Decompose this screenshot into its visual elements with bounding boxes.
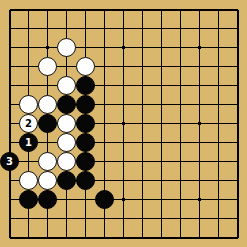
board-intersection[interactable] [133, 95, 152, 114]
board-intersection[interactable] [190, 76, 209, 95]
grid-line-vertical [142, 38, 143, 57]
black-stone [76, 95, 95, 114]
board-intersection[interactable] [171, 38, 190, 57]
grid-line-vertical [9, 209, 11, 228]
grid-line-vertical [28, 209, 29, 228]
star-point [46, 46, 49, 49]
board-intersection[interactable] [38, 152, 57, 171]
board-intersection[interactable] [152, 19, 171, 38]
board-intersection[interactable] [133, 152, 152, 171]
board-intersection[interactable] [95, 228, 114, 247]
board-intersection[interactable] [57, 76, 76, 95]
board-intersection[interactable] [152, 190, 171, 209]
grid-line-vertical [9, 38, 11, 57]
grid-line-vertical [142, 95, 143, 114]
star-point [198, 122, 201, 125]
board-intersection[interactable] [171, 152, 190, 171]
star-point [122, 198, 125, 201]
board-intersection[interactable] [133, 209, 152, 228]
board-intersection[interactable] [95, 190, 114, 209]
grid-line-vertical [9, 57, 11, 76]
board-intersection[interactable] [171, 57, 190, 76]
board-intersection[interactable] [76, 76, 95, 95]
board-intersection[interactable] [152, 228, 171, 247]
board-intersection[interactable] [190, 114, 209, 133]
grid-line-horizontal [10, 142, 20, 143]
grid-line-vertical [104, 19, 105, 38]
black-stone [19, 190, 38, 209]
black-stone: 3 [0, 152, 19, 171]
grid-line-vertical [161, 95, 162, 114]
board-intersection[interactable] [0, 0, 19, 19]
board-intersection[interactable] [209, 57, 228, 76]
board-intersection[interactable] [0, 209, 19, 228]
board-intersection[interactable] [0, 19, 19, 38]
board-intersection[interactable] [228, 76, 247, 95]
board-intersection[interactable] [133, 190, 152, 209]
board-intersection[interactable] [0, 38, 19, 57]
black-stone [57, 171, 76, 190]
grid-line-vertical [47, 76, 48, 95]
grid-line-vertical [123, 76, 124, 95]
white-stone [57, 114, 76, 133]
grid-line-vertical [180, 19, 181, 38]
board-intersection[interactable] [57, 190, 76, 209]
grid-line-vertical [218, 38, 219, 57]
board-intersection[interactable] [0, 171, 19, 190]
grid-line-vertical [237, 114, 239, 133]
board-intersection[interactable] [152, 0, 171, 19]
board-intersection[interactable] [171, 133, 190, 152]
black-stone: 1 [19, 133, 38, 152]
grid-line-vertical [123, 19, 124, 38]
board-intersection[interactable] [38, 209, 57, 228]
grid-line-horizontal [10, 218, 20, 219]
grid-line-vertical [9, 19, 11, 38]
board-intersection[interactable] [209, 133, 228, 152]
board-intersection[interactable] [57, 57, 76, 76]
star-point [122, 46, 125, 49]
board-intersection[interactable] [57, 19, 76, 38]
grid-line-vertical [237, 209, 239, 228]
grid-line-vertical [9, 114, 11, 133]
white-stone [57, 38, 76, 57]
board-intersection[interactable] [19, 38, 38, 57]
grid-line-vertical [199, 209, 200, 228]
board-intersection[interactable] [209, 38, 228, 57]
board-intersection[interactable] [190, 19, 209, 38]
grid-line-vertical [104, 209, 105, 228]
board-intersection[interactable] [76, 190, 95, 209]
board-intersection[interactable] [209, 19, 228, 38]
grid-line-vertical [142, 114, 143, 133]
black-stone [38, 114, 57, 133]
board-intersection[interactable] [209, 209, 228, 228]
board-intersection[interactable] [57, 152, 76, 171]
board-intersection[interactable] [95, 209, 114, 228]
board-intersection[interactable] [228, 0, 247, 19]
grid-line-vertical [199, 171, 200, 190]
board-intersection[interactable] [76, 209, 95, 228]
board-intersection[interactable] [228, 38, 247, 57]
grid-line-vertical [104, 95, 105, 114]
board-intersection[interactable] [0, 133, 19, 152]
board-intersection[interactable] [38, 114, 57, 133]
grid-line-vertical [104, 133, 105, 152]
grid-line-vertical [218, 10, 219, 20]
move-number-label: 3 [6, 157, 13, 167]
grid-line-vertical [9, 76, 11, 95]
board-intersection[interactable] [209, 114, 228, 133]
board-intersection[interactable] [190, 209, 209, 228]
grid-line-vertical [199, 95, 200, 114]
board-intersection[interactable] [209, 76, 228, 95]
grid-line-vertical [218, 114, 219, 133]
board-intersection[interactable] [114, 114, 133, 133]
board-intersection[interactable] [57, 95, 76, 114]
board-intersection[interactable] [171, 228, 190, 247]
board-intersection[interactable] [57, 209, 76, 228]
board-intersection[interactable] [114, 228, 133, 247]
board-intersection[interactable] [133, 76, 152, 95]
board-intersection[interactable] [57, 228, 76, 247]
black-stone [76, 171, 95, 190]
grid-line-vertical [218, 95, 219, 114]
board-intersection[interactable] [114, 95, 133, 114]
grid-line-vertical [123, 209, 124, 228]
board-intersection[interactable] [209, 0, 228, 19]
grid-line-vertical [180, 38, 181, 57]
board-intersection[interactable] [19, 57, 38, 76]
board-intersection[interactable] [190, 152, 209, 171]
grid-line-vertical [142, 19, 143, 38]
grid-line-vertical [9, 133, 11, 152]
board-intersection[interactable] [228, 152, 247, 171]
board-intersection[interactable] [190, 190, 209, 209]
board-intersection[interactable] [114, 190, 133, 209]
board-intersection[interactable] [133, 0, 152, 19]
grid-line-vertical [218, 209, 219, 228]
grid-line-vertical [104, 38, 105, 57]
grid-line-vertical [161, 152, 162, 171]
board-intersection[interactable] [114, 76, 133, 95]
grid-line-vertical [161, 171, 162, 190]
grid-line-vertical [142, 57, 143, 76]
white-stone [38, 171, 57, 190]
board-intersection[interactable] [228, 190, 247, 209]
grid-line-horizontal [10, 47, 20, 48]
grid-line-horizontal [10, 28, 20, 29]
white-stone [57, 133, 76, 152]
board-intersection[interactable] [114, 152, 133, 171]
grid-line-vertical [123, 133, 124, 152]
grid-line-vertical [47, 10, 48, 20]
grid-line-vertical [28, 10, 29, 20]
grid-line-vertical [218, 190, 219, 209]
star-point [122, 122, 125, 125]
grid-line-vertical [142, 76, 143, 95]
board-intersection[interactable] [171, 114, 190, 133]
board-intersection[interactable] [76, 19, 95, 38]
board-intersection[interactable] [152, 95, 171, 114]
board-intersection[interactable] [57, 114, 76, 133]
grid-line-vertical [180, 95, 181, 114]
board-intersection[interactable] [209, 95, 228, 114]
grid-line-vertical [218, 171, 219, 190]
board-intersection[interactable] [95, 76, 114, 95]
white-stone [57, 152, 76, 171]
board-intersection[interactable] [171, 76, 190, 95]
grid-line-vertical [199, 10, 200, 20]
board-intersection[interactable] [152, 57, 171, 76]
grid-line-vertical [199, 228, 200, 238]
board-intersection[interactable] [76, 171, 95, 190]
board-intersection[interactable] [19, 190, 38, 209]
grid-line-vertical [142, 133, 143, 152]
board-intersection[interactable] [228, 133, 247, 152]
board-intersection[interactable] [228, 114, 247, 133]
star-point [198, 198, 201, 201]
grid-line-vertical [142, 10, 143, 20]
board-intersection[interactable] [190, 171, 209, 190]
grid-line-vertical [28, 19, 29, 38]
board-intersection[interactable] [76, 95, 95, 114]
board-intersection[interactable] [95, 95, 114, 114]
grid-line-vertical [28, 57, 29, 76]
white-stone [38, 95, 57, 114]
board-intersection[interactable]: 3 [0, 152, 19, 171]
board-intersection[interactable] [76, 38, 95, 57]
grid-line-vertical [142, 228, 143, 238]
board-intersection[interactable] [57, 171, 76, 190]
grid-line-vertical [142, 190, 143, 209]
board-intersection[interactable] [190, 133, 209, 152]
board-intersection[interactable] [114, 133, 133, 152]
board-intersection[interactable] [95, 19, 114, 38]
board-intersection[interactable] [114, 209, 133, 228]
board-intersection[interactable] [152, 76, 171, 95]
board-intersection[interactable] [171, 209, 190, 228]
grid-line-vertical [218, 152, 219, 171]
grid-line-vertical [199, 152, 200, 171]
grid-line-horizontal [10, 199, 20, 200]
move-number-label: 2 [25, 119, 32, 129]
board-intersection[interactable] [133, 19, 152, 38]
board-intersection[interactable] [190, 0, 209, 19]
board-intersection[interactable] [209, 171, 228, 190]
grid-line-vertical [161, 10, 162, 20]
grid-line-vertical [161, 228, 162, 238]
board-intersection[interactable] [76, 152, 95, 171]
board-intersection[interactable] [133, 228, 152, 247]
grid-line-vertical [199, 133, 200, 152]
board-intersection[interactable] [38, 19, 57, 38]
grid-line-vertical [66, 228, 67, 238]
board-intersection[interactable] [76, 133, 95, 152]
board-intersection[interactable] [95, 152, 114, 171]
board-intersection[interactable] [38, 171, 57, 190]
black-stone [95, 190, 114, 209]
board-intersection[interactable] [114, 38, 133, 57]
board-intersection[interactable] [95, 57, 114, 76]
board-intersection[interactable] [228, 57, 247, 76]
board-intersection[interactable] [0, 57, 19, 76]
board-intersection[interactable] [133, 38, 152, 57]
board-intersection[interactable] [133, 171, 152, 190]
board-intersection[interactable] [228, 171, 247, 190]
board-intersection[interactable] [19, 171, 38, 190]
grid-line-vertical [180, 152, 181, 171]
board-intersection[interactable] [76, 0, 95, 19]
grid-line-vertical [47, 133, 48, 152]
board-intersection[interactable] [190, 95, 209, 114]
board-intersection[interactable] [57, 0, 76, 19]
grid-line-vertical [85, 10, 86, 20]
grid-line-vertical [47, 228, 48, 238]
board-intersection[interactable]: 1 [19, 133, 38, 152]
grid-line-vertical [180, 114, 181, 133]
board-intersection[interactable] [19, 76, 38, 95]
board-intersection[interactable] [171, 190, 190, 209]
grid-line-vertical [218, 76, 219, 95]
board-intersection[interactable] [0, 228, 19, 247]
grid-line-vertical [161, 209, 162, 228]
board-intersection[interactable] [114, 0, 133, 19]
board-intersection[interactable] [76, 57, 95, 76]
board-intersection[interactable] [95, 133, 114, 152]
board-intersection[interactable] [0, 76, 19, 95]
grid-line-vertical [123, 10, 124, 20]
board-intersection[interactable] [19, 209, 38, 228]
grid-line-vertical [199, 76, 200, 95]
board-intersection[interactable] [38, 190, 57, 209]
grid-line-vertical [28, 76, 29, 95]
board-intersection[interactable] [38, 57, 57, 76]
board-intersection[interactable]: 2 [19, 114, 38, 133]
white-stone [76, 57, 95, 76]
board-intersection[interactable] [133, 114, 152, 133]
board-intersection[interactable] [152, 38, 171, 57]
board-intersection[interactable] [114, 57, 133, 76]
board-intersection[interactable] [171, 0, 190, 19]
board-intersection[interactable] [190, 57, 209, 76]
grid-line-horizontal [10, 237, 20, 239]
grid-line-vertical [104, 171, 105, 190]
board-intersection[interactable] [152, 209, 171, 228]
grid-line-horizontal [10, 85, 20, 86]
grid-line-horizontal [10, 123, 20, 124]
board-intersection[interactable] [95, 171, 114, 190]
grid-line-vertical [28, 228, 29, 238]
grid-line-vertical [104, 228, 105, 238]
grid-line-vertical [237, 19, 239, 38]
board-intersection[interactable] [209, 228, 228, 247]
grid-line-vertical [180, 209, 181, 228]
board-intersection[interactable] [19, 95, 38, 114]
board-intersection[interactable] [114, 171, 133, 190]
board-intersection[interactable] [19, 228, 38, 247]
grid-line-horizontal [10, 104, 20, 105]
board-intersection[interactable] [57, 133, 76, 152]
grid-line-vertical [237, 57, 239, 76]
grid-line-vertical [180, 57, 181, 76]
board-intersection[interactable] [228, 19, 247, 38]
board-intersection[interactable] [76, 228, 95, 247]
board-intersection[interactable] [152, 114, 171, 133]
grid-line-vertical [104, 114, 105, 133]
grid-line-vertical [161, 57, 162, 76]
board-intersection[interactable] [19, 152, 38, 171]
board-intersection[interactable] [19, 19, 38, 38]
board-intersection[interactable] [228, 209, 247, 228]
board-intersection[interactable] [0, 95, 19, 114]
board-intersection[interactable] [171, 95, 190, 114]
grid-line-vertical [218, 228, 219, 238]
black-stone [76, 114, 95, 133]
board-intersection[interactable] [76, 114, 95, 133]
board-intersection[interactable] [152, 152, 171, 171]
grid-line-vertical [66, 19, 67, 38]
grid-line-vertical [199, 19, 200, 38]
board-intersection[interactable] [171, 19, 190, 38]
board-intersection[interactable] [95, 114, 114, 133]
grid-line-vertical [28, 38, 29, 57]
grid-line-vertical [66, 57, 67, 76]
grid-line-vertical [123, 152, 124, 171]
grid-line-vertical [123, 228, 124, 238]
grid-line-vertical [142, 171, 143, 190]
board-intersection[interactable] [38, 133, 57, 152]
grid-line-horizontal [10, 66, 20, 67]
grid-line-vertical [104, 76, 105, 95]
board-intersection[interactable] [0, 114, 19, 133]
grid-line-horizontal [10, 9, 20, 11]
grid-line-vertical [237, 95, 239, 114]
black-stone [38, 190, 57, 209]
board-intersection[interactable] [95, 0, 114, 19]
board-intersection[interactable] [133, 57, 152, 76]
board-intersection[interactable] [209, 190, 228, 209]
board-intersection[interactable] [38, 228, 57, 247]
board-intersection[interactable] [38, 38, 57, 57]
board-intersection[interactable] [171, 171, 190, 190]
grid-line-vertical [237, 228, 239, 238]
black-stone [76, 152, 95, 171]
board-intersection[interactable] [38, 76, 57, 95]
grid-line-vertical [142, 152, 143, 171]
grid-line-vertical [9, 10, 11, 20]
board-intersection[interactable] [152, 133, 171, 152]
board-intersection[interactable] [133, 133, 152, 152]
board-intersection[interactable] [190, 228, 209, 247]
board-intersection[interactable] [228, 228, 247, 247]
board-intersection[interactable] [0, 190, 19, 209]
board-intersection[interactable] [209, 152, 228, 171]
board-intersection[interactable] [114, 19, 133, 38]
board-intersection[interactable] [38, 95, 57, 114]
grid-line-vertical [9, 190, 11, 209]
grid-line-horizontal [10, 180, 20, 181]
board-intersection[interactable] [190, 38, 209, 57]
board-intersection[interactable] [95, 38, 114, 57]
board-intersection[interactable] [152, 171, 171, 190]
board-intersection[interactable] [19, 0, 38, 19]
board-intersection[interactable] [57, 38, 76, 57]
board-intersection[interactable] [228, 95, 247, 114]
grid-line-vertical [85, 228, 86, 238]
grid-line-vertical [161, 133, 162, 152]
board-intersection[interactable] [38, 0, 57, 19]
